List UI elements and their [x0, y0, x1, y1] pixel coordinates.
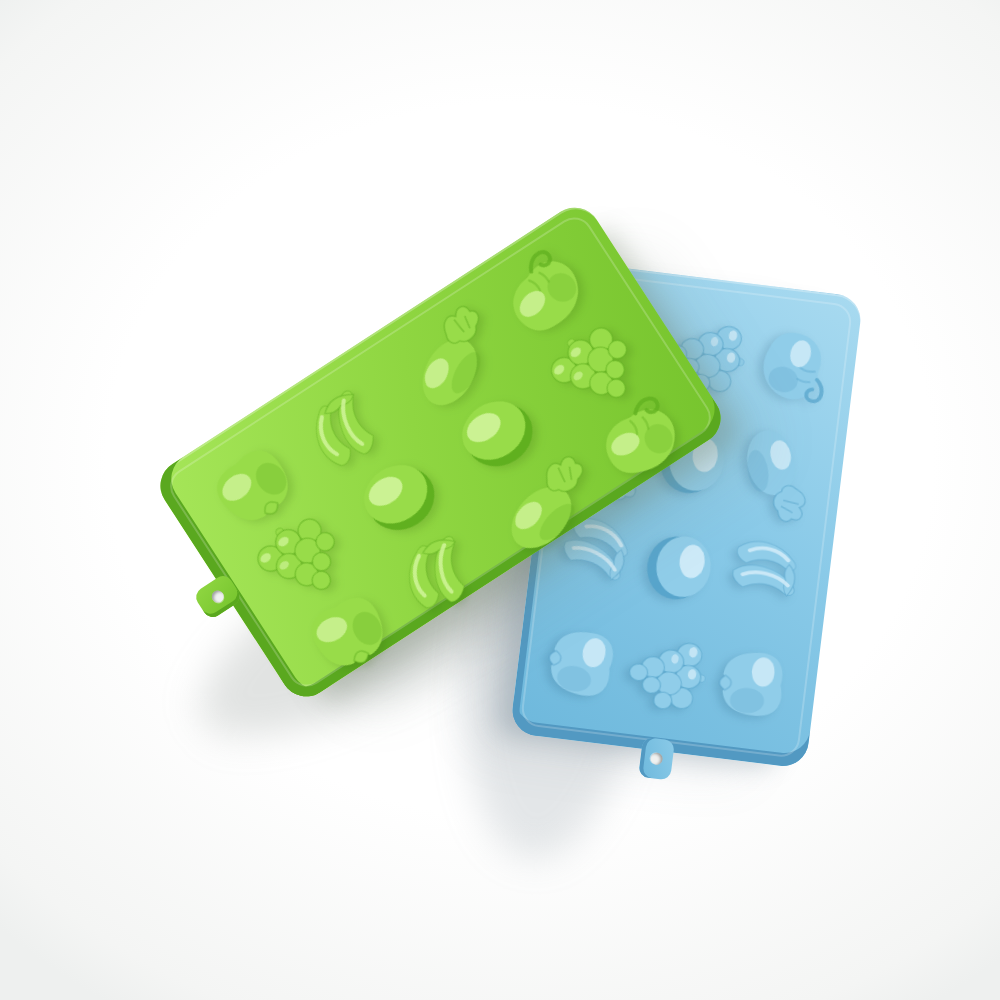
cavity-banana [721, 524, 809, 632]
pineapple-shape [726, 413, 830, 532]
banana-shape [721, 525, 809, 631]
hang-hole [649, 752, 662, 765]
studio-scene [0, 0, 1000, 1000]
hang-hole [209, 588, 226, 605]
cavity-apple [706, 629, 797, 740]
hang-tab [638, 737, 675, 781]
cavity-pineapple [725, 412, 830, 533]
apple-shape [706, 630, 797, 739]
